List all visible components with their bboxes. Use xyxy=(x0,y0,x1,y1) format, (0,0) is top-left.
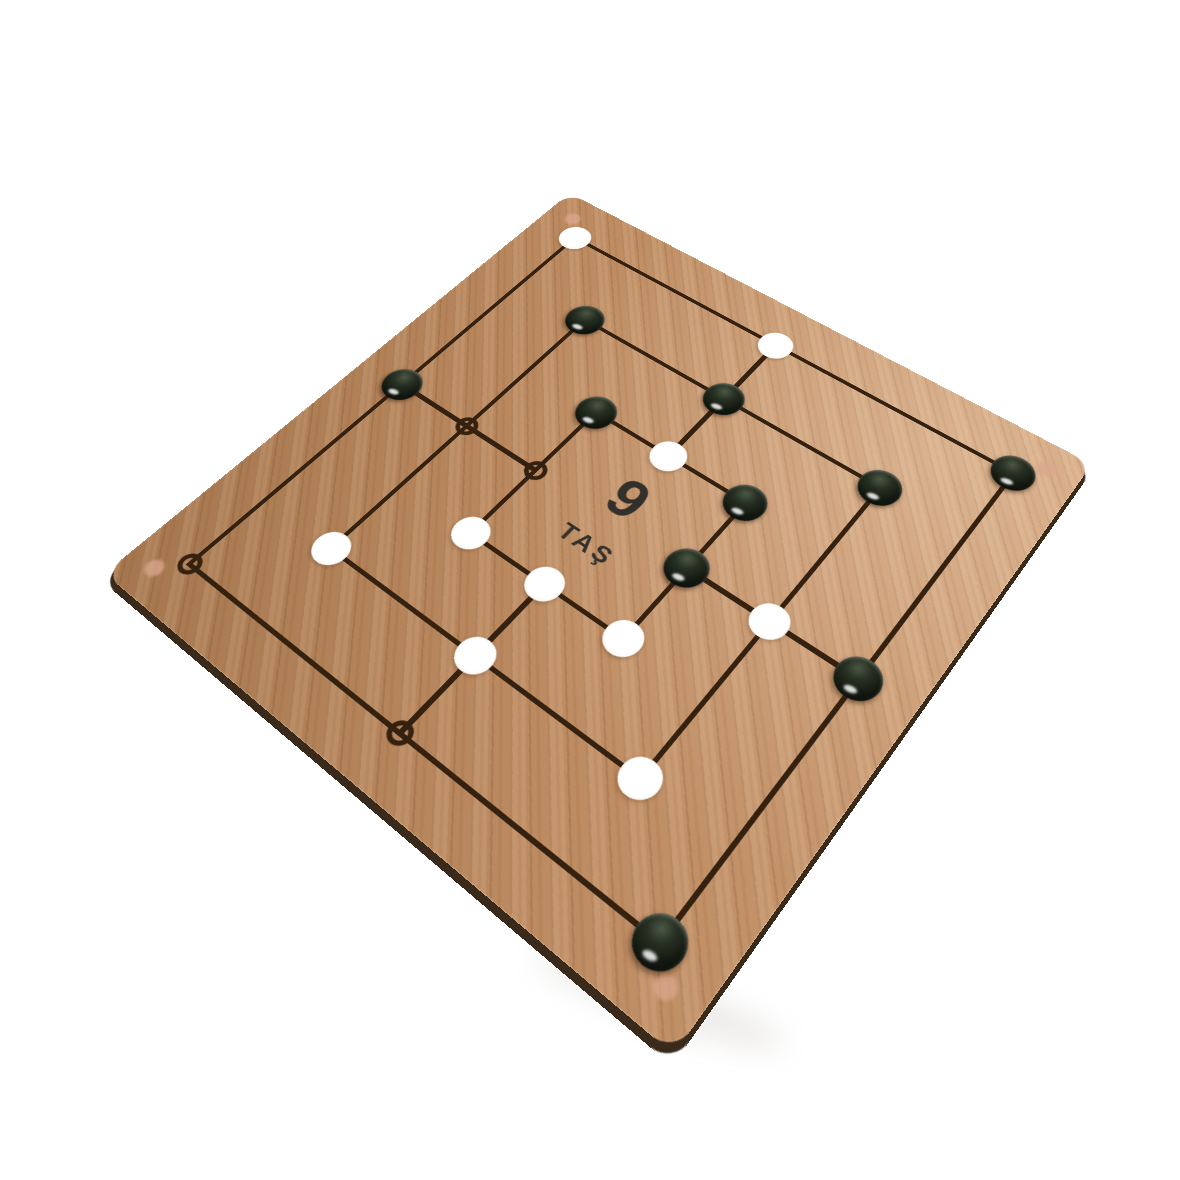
specular-highlight xyxy=(641,947,659,963)
corner-dot-top xyxy=(561,211,583,226)
specular-highlight xyxy=(671,572,686,583)
specular-highlight xyxy=(730,506,744,516)
corner-dot-bottom xyxy=(648,969,683,1006)
specular-highlight xyxy=(866,491,880,501)
corner-dot-right xyxy=(1033,459,1059,480)
specular-highlight xyxy=(710,402,723,410)
specular-highlight xyxy=(387,387,400,395)
specular-highlight xyxy=(843,683,859,695)
specular-highlight xyxy=(582,416,596,425)
scene: 9 TAŞ xyxy=(0,0,1180,1180)
specular-highlight xyxy=(571,323,584,331)
corner-dot-left xyxy=(140,556,169,580)
morris-board: 9 TAŞ xyxy=(104,193,1092,1054)
specular-highlight xyxy=(1000,476,1014,485)
